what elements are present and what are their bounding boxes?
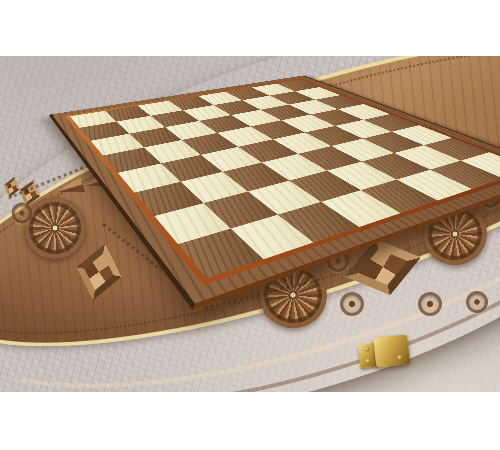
daisy-rosette-carving (24, 197, 86, 259)
white-letterbox-top (0, 0, 500, 56)
photo-area (0, 56, 500, 392)
ring-carving (12, 203, 33, 224)
latch-slot (384, 342, 401, 353)
product-photo-canvas (0, 0, 500, 450)
ring-carving (466, 291, 488, 313)
ring-carving (340, 292, 364, 316)
ring-carving (418, 292, 442, 316)
brass-latch (357, 333, 426, 374)
white-letterbox-bottom (0, 392, 500, 450)
